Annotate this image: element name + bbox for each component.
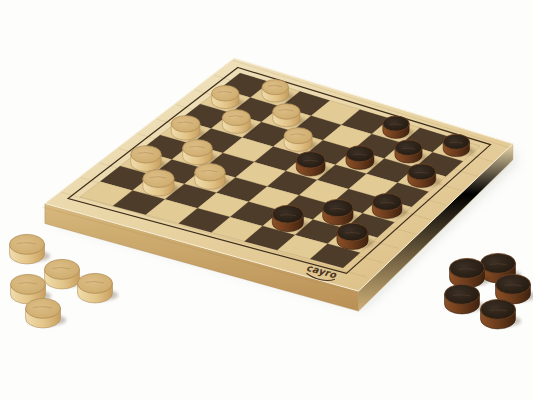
checker-top [323, 199, 353, 216]
checker-top [337, 223, 368, 241]
checker-top [131, 146, 161, 163]
checker-top [212, 86, 239, 102]
checker-top [10, 234, 45, 254]
checker-top [183, 140, 213, 157]
checker-top [78, 273, 113, 293]
checker-light-tray[interactable] [26, 298, 67, 328]
checker-top [496, 274, 531, 294]
checker-top [222, 110, 250, 126]
checker-top [481, 253, 516, 273]
checker-top [372, 194, 402, 211]
checker-top [262, 80, 288, 95]
checker-light-tray[interactable] [78, 273, 119, 303]
checker-top [296, 152, 325, 168]
checker-top [143, 170, 174, 188]
tray-dark-pieces [445, 253, 533, 329]
checker-top [450, 258, 485, 278]
checker-light-tray[interactable] [10, 234, 51, 264]
checker-top [195, 164, 225, 181]
checker-top [26, 298, 61, 318]
checker-top [272, 205, 303, 223]
checker-top [171, 116, 200, 132]
checker-top [284, 128, 312, 144]
checker-top [408, 164, 436, 180]
checker-top [45, 259, 80, 279]
tray-light-pieces [10, 234, 119, 328]
checker-dark-tray[interactable] [445, 284, 486, 314]
checker-top [346, 146, 374, 162]
checker-top [443, 134, 469, 149]
checkers-scene: cayro [0, 0, 533, 400]
checker-top [273, 104, 300, 120]
checker-top [11, 274, 46, 294]
product-photo-checkers: cayro [0, 0, 533, 400]
checker-top [395, 140, 422, 156]
checker-top [445, 284, 480, 304]
checker-top [383, 116, 409, 131]
checker-top [481, 299, 516, 319]
